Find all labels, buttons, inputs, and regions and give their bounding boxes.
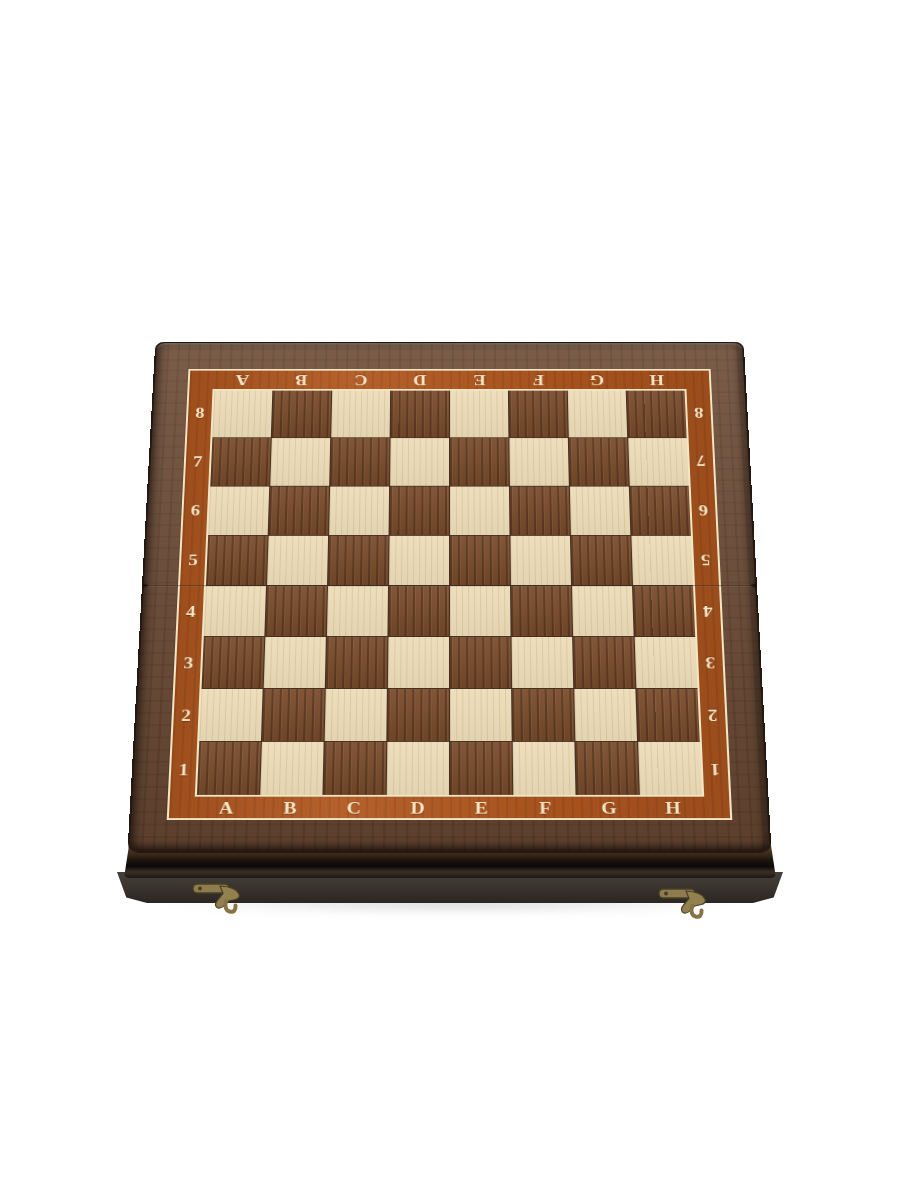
file-label-a: A: [213, 373, 273, 388]
rank-label-7: 7: [696, 437, 708, 486]
square-d7[interactable]: [390, 438, 449, 486]
square-c5[interactable]: [328, 536, 389, 585]
file-label-g: G: [577, 799, 641, 816]
file-label-c: C: [322, 799, 386, 816]
square-f3[interactable]: [512, 637, 574, 688]
brass-clasp-icon: [190, 879, 256, 919]
square-a3[interactable]: [202, 637, 265, 688]
square-d6[interactable]: [390, 487, 449, 535]
rank-label-2: 2: [180, 689, 192, 742]
file-label-g: G: [568, 373, 628, 388]
square-f7[interactable]: [509, 438, 568, 486]
file-label-e: E: [450, 799, 514, 816]
rank-label-2: 2: [707, 689, 719, 742]
square-d3[interactable]: [388, 637, 449, 688]
square-a7[interactable]: [210, 438, 270, 486]
rank-label-1: 1: [709, 742, 721, 796]
square-c6[interactable]: [329, 487, 389, 535]
square-c4[interactable]: [327, 586, 388, 636]
rank-label-7: 7: [192, 437, 204, 486]
rank-label-5: 5: [700, 535, 712, 585]
square-b8[interactable]: [272, 391, 331, 438]
square-g8[interactable]: [568, 391, 627, 438]
rank-label-6: 6: [698, 486, 710, 536]
square-e3[interactable]: [450, 637, 511, 688]
rank-label-8: 8: [194, 389, 205, 437]
square-d2[interactable]: [387, 689, 449, 741]
file-label-h: H: [627, 373, 687, 388]
rank-label-1: 1: [177, 742, 189, 796]
square-e1[interactable]: [450, 742, 512, 795]
square-a2[interactable]: [199, 689, 262, 741]
square-f2[interactable]: [512, 689, 574, 741]
square-c7[interactable]: [330, 438, 389, 486]
square-d5[interactable]: [389, 536, 449, 585]
square-b1[interactable]: [260, 742, 323, 795]
square-g1[interactable]: [575, 742, 638, 795]
file-label-a: A: [194, 799, 258, 816]
file-label-f: F: [509, 373, 568, 388]
square-f5[interactable]: [510, 536, 571, 585]
square-h5[interactable]: [631, 536, 693, 585]
square-c1[interactable]: [323, 742, 386, 795]
file-label-h: H: [641, 799, 705, 816]
square-a1[interactable]: [197, 742, 261, 795]
square-b4[interactable]: [265, 586, 327, 636]
square-a5[interactable]: [206, 536, 268, 585]
square-f4[interactable]: [511, 586, 572, 636]
file-label-d: D: [386, 799, 450, 816]
square-h6[interactable]: [630, 487, 691, 535]
file-label-b: B: [258, 799, 322, 816]
file-label-d: D: [390, 373, 449, 388]
square-c2[interactable]: [325, 689, 387, 741]
square-h2[interactable]: [636, 689, 699, 741]
file-label-c: C: [331, 373, 390, 388]
square-d8[interactable]: [391, 391, 449, 438]
square-a8[interactable]: [212, 391, 272, 438]
rank-label-5: 5: [187, 535, 199, 585]
square-g2[interactable]: [574, 689, 637, 741]
square-a6[interactable]: [208, 487, 269, 535]
square-d1[interactable]: [387, 742, 449, 795]
square-g3[interactable]: [573, 637, 635, 688]
square-c3[interactable]: [326, 637, 388, 688]
square-g5[interactable]: [571, 536, 632, 585]
square-h3[interactable]: [635, 637, 698, 688]
square-g6[interactable]: [570, 487, 631, 535]
square-e7[interactable]: [450, 438, 509, 486]
square-e8[interactable]: [450, 391, 508, 438]
square-b7[interactable]: [270, 438, 330, 486]
chess-board-grid: [195, 389, 704, 797]
file-label-b: B: [272, 373, 332, 388]
square-e2[interactable]: [450, 689, 512, 741]
square-c8[interactable]: [331, 391, 390, 438]
file-labels-top: ABCDEFGH: [213, 371, 687, 389]
product-photo-scene: ABCDEFGH 87654321 87654321 ABCDEFGH: [0, 0, 900, 1200]
rank-label-3: 3: [705, 637, 717, 689]
square-h4[interactable]: [633, 586, 695, 636]
file-label-f: F: [513, 799, 577, 816]
file-labels-bottom: ABCDEFGH: [194, 797, 705, 818]
coordinate-border-band: ABCDEFGH 87654321 87654321 ABCDEFGH: [167, 369, 733, 820]
square-b2[interactable]: [262, 689, 325, 741]
rank-label-4: 4: [702, 586, 714, 637]
square-e6[interactable]: [450, 487, 509, 535]
square-g7[interactable]: [569, 438, 629, 486]
square-g4[interactable]: [572, 586, 634, 636]
rank-label-3: 3: [182, 637, 194, 689]
square-d4[interactable]: [388, 586, 449, 636]
chess-board-frame: ABCDEFGH 87654321 87654321 ABCDEFGH: [127, 342, 771, 853]
chess-board-tilt-wrapper: ABCDEFGH 87654321 87654321 ABCDEFGH: [127, 342, 771, 853]
square-h1[interactable]: [638, 742, 702, 795]
square-f6[interactable]: [510, 487, 570, 535]
rank-label-6: 6: [190, 486, 202, 536]
square-b5[interactable]: [267, 536, 328, 585]
square-e5[interactable]: [450, 536, 510, 585]
brass-clasp-icon: [656, 884, 722, 924]
file-label-e: E: [450, 373, 509, 388]
square-f8[interactable]: [509, 391, 568, 438]
square-b3[interactable]: [264, 637, 326, 688]
square-f1[interactable]: [513, 742, 576, 795]
rank-label-8: 8: [693, 389, 704, 437]
rank-label-4: 4: [185, 586, 197, 637]
square-b6[interactable]: [269, 487, 330, 535]
square-h7[interactable]: [628, 438, 688, 486]
square-h8[interactable]: [627, 391, 687, 438]
square-e4[interactable]: [450, 586, 511, 636]
square-a4[interactable]: [204, 586, 266, 636]
